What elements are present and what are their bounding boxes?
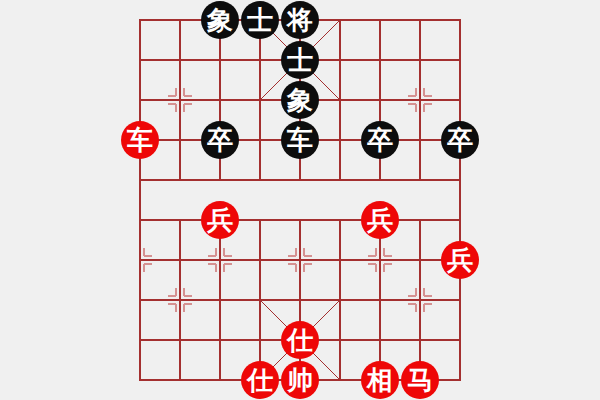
board-intersection[interactable]	[360, 280, 400, 320]
board-intersection[interactable]	[440, 280, 480, 320]
board-intersection[interactable]: 帅	[280, 360, 320, 400]
board-intersection[interactable]: 卒	[440, 120, 480, 160]
board-intersection[interactable]	[400, 120, 440, 160]
board-intersection[interactable]	[160, 40, 200, 80]
board-intersection[interactable]	[240, 120, 280, 160]
red-advisor[interactable]: 仕	[281, 321, 319, 359]
board-intersection[interactable]	[200, 80, 240, 120]
board-intersection[interactable]	[440, 160, 480, 200]
black-soldier[interactable]: 卒	[201, 121, 239, 159]
black-soldier[interactable]: 卒	[441, 121, 479, 159]
board-intersection[interactable]	[440, 320, 480, 360]
board-intersection[interactable]: 卒	[360, 120, 400, 160]
board-intersection[interactable]: 相	[360, 360, 400, 400]
board-intersection[interactable]	[440, 360, 480, 400]
board-intersection[interactable]	[160, 360, 200, 400]
board-intersection[interactable]	[120, 80, 160, 120]
board-intersection[interactable]	[440, 80, 480, 120]
black-chariot[interactable]: 车	[281, 121, 319, 159]
board-intersection[interactable]	[440, 0, 480, 40]
board-intersection[interactable]	[160, 80, 200, 120]
board-intersection[interactable]	[120, 0, 160, 40]
board-intersection[interactable]	[240, 40, 280, 80]
board-intersection[interactable]	[320, 240, 360, 280]
board-intersection[interactable]	[120, 360, 160, 400]
board-intersection[interactable]	[360, 80, 400, 120]
board-intersection[interactable]	[320, 160, 360, 200]
board-intersection[interactable]	[160, 320, 200, 360]
black-general[interactable]: 将	[281, 1, 319, 39]
board-intersection[interactable]	[320, 80, 360, 120]
black-elephant[interactable]: 象	[201, 1, 239, 39]
board-intersection[interactable]	[320, 280, 360, 320]
board-intersection[interactable]: 象	[200, 0, 240, 40]
board-intersection[interactable]	[240, 280, 280, 320]
board-intersection[interactable]	[120, 160, 160, 200]
board-intersection[interactable]	[400, 320, 440, 360]
board-intersection[interactable]	[360, 160, 400, 200]
board-intersection[interactable]	[200, 40, 240, 80]
board-intersection[interactable]	[200, 240, 240, 280]
board-intersection[interactable]	[400, 280, 440, 320]
board-intersection[interactable]	[120, 40, 160, 80]
black-advisor[interactable]: 士	[281, 41, 319, 79]
red-horse[interactable]: 马	[401, 361, 439, 399]
board-intersection[interactable]	[400, 0, 440, 40]
board-intersection[interactable]	[360, 240, 400, 280]
board-intersection[interactable]	[280, 240, 320, 280]
board-intersection[interactable]	[280, 200, 320, 240]
board-intersection[interactable]: 仕	[240, 360, 280, 400]
board-intersection[interactable]	[120, 320, 160, 360]
xiangqi-board-screen: 象士将士象车卒车卒卒兵兵兵仕仕帅相马	[0, 0, 600, 400]
board-intersection[interactable]	[240, 80, 280, 120]
board-intersection[interactable]	[200, 280, 240, 320]
board-intersection[interactable]: 士	[240, 0, 280, 40]
board-intersection[interactable]	[320, 120, 360, 160]
red-elephant[interactable]: 相	[361, 361, 399, 399]
board-intersection[interactable]	[120, 200, 160, 240]
board-intersection[interactable]: 车	[120, 120, 160, 160]
board-intersection[interactable]	[400, 40, 440, 80]
xiangqi-board: 象士将士象车卒车卒卒兵兵兵仕仕帅相马	[120, 0, 480, 400]
red-chariot[interactable]: 车	[121, 121, 159, 159]
board-intersection[interactable]: 仕	[280, 320, 320, 360]
board-intersection[interactable]: 车	[280, 120, 320, 160]
board-intersection[interactable]	[280, 280, 320, 320]
board-intersection[interactable]	[160, 0, 200, 40]
black-elephant[interactable]: 象	[281, 81, 319, 119]
board-intersection[interactable]	[320, 40, 360, 80]
board-intersection[interactable]	[440, 40, 480, 80]
board-intersection[interactable]	[400, 200, 440, 240]
red-soldier[interactable]: 兵	[441, 241, 479, 279]
black-soldier[interactable]: 卒	[361, 121, 399, 159]
board-intersection[interactable]: 马	[400, 360, 440, 400]
board-intersection[interactable]	[160, 160, 200, 200]
board-intersection[interactable]	[200, 320, 240, 360]
board-intersection[interactable]	[240, 320, 280, 360]
board-intersection[interactable]	[320, 200, 360, 240]
red-general[interactable]: 帅	[281, 361, 319, 399]
board-intersection[interactable]	[320, 0, 360, 40]
board-intersection[interactable]	[400, 80, 440, 120]
board-intersection[interactable]	[360, 40, 400, 80]
board-intersection[interactable]	[240, 160, 280, 200]
board-intersection[interactable]	[360, 0, 400, 40]
board-intersection[interactable]	[280, 160, 320, 200]
board-intersection[interactable]	[200, 360, 240, 400]
board-intersection[interactable]	[120, 240, 160, 280]
board-intersection[interactable]: 象	[280, 80, 320, 120]
board-intersection[interactable]	[440, 200, 480, 240]
board-intersection[interactable]	[200, 160, 240, 200]
board-intersection[interactable]	[320, 360, 360, 400]
board-intersection[interactable]: 将	[280, 0, 320, 40]
board-intersection[interactable]: 士	[280, 40, 320, 80]
board-intersection[interactable]: 兵	[200, 200, 240, 240]
board-intersection[interactable]	[160, 120, 200, 160]
board-intersection[interactable]	[160, 240, 200, 280]
red-soldier[interactable]: 兵	[361, 201, 399, 239]
board-intersection[interactable]	[360, 320, 400, 360]
board-intersection[interactable]	[240, 240, 280, 280]
board-intersection[interactable]	[320, 320, 360, 360]
board-intersection[interactable]	[160, 200, 200, 240]
board-intersection[interactable]: 兵	[360, 200, 400, 240]
board-intersection[interactable]	[400, 240, 440, 280]
board-intersection[interactable]: 兵	[440, 240, 480, 280]
board-intersection[interactable]	[120, 280, 160, 320]
board-intersection[interactable]	[240, 200, 280, 240]
black-advisor[interactable]: 士	[241, 1, 279, 39]
red-soldier[interactable]: 兵	[201, 201, 239, 239]
board-intersection[interactable]	[160, 280, 200, 320]
red-advisor[interactable]: 仕	[241, 361, 279, 399]
board-intersection[interactable]: 卒	[200, 120, 240, 160]
board-intersection[interactable]	[400, 160, 440, 200]
